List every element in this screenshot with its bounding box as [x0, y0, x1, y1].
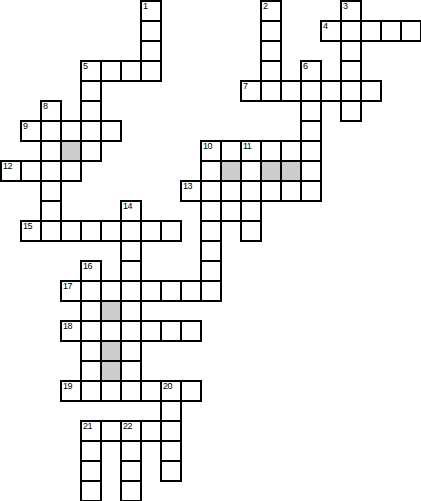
crossword-cell[interactable] [60, 160, 82, 182]
crossword-cell[interactable] [200, 180, 222, 202]
crossword-cell[interactable] [380, 20, 402, 42]
crossword-cell[interactable] [280, 180, 302, 202]
crossword-cell[interactable] [120, 280, 142, 302]
crossword-cell[interactable]: 5 [80, 60, 102, 82]
crossword-cell[interactable] [60, 120, 82, 142]
crossword-cell[interactable] [340, 20, 362, 42]
clue-number: 18 [63, 322, 72, 331]
clue-number: 19 [63, 382, 72, 391]
crossword-cell[interactable] [120, 320, 142, 342]
crossword-cell[interactable]: 7 [240, 80, 262, 102]
crossword-cell[interactable] [80, 360, 102, 382]
crossword-cell-shaded[interactable] [260, 160, 282, 182]
crossword-cell[interactable] [120, 460, 142, 482]
clue-number: 13 [183, 182, 192, 191]
crossword-cell[interactable] [140, 20, 162, 42]
crossword-cell[interactable] [80, 460, 102, 482]
crossword-cell[interactable] [120, 440, 142, 462]
crossword-cell[interactable] [120, 300, 142, 322]
clue-number: 6 [303, 62, 308, 71]
crossword-cell[interactable]: 6 [300, 60, 322, 82]
crossword-cell[interactable]: 10 [200, 140, 222, 162]
crossword-cell[interactable] [200, 240, 222, 262]
crossword-cell[interactable]: 8 [40, 100, 62, 122]
clue-number: 21 [83, 422, 92, 431]
crossword-cell[interactable]: 2 [260, 0, 282, 22]
crossword-cell[interactable] [100, 60, 122, 82]
crossword-cell[interactable] [140, 420, 162, 442]
crossword-cell-shaded[interactable] [100, 340, 122, 362]
crossword-cell[interactable]: 11 [240, 140, 262, 162]
crossword-cell[interactable] [200, 260, 222, 282]
crossword-cell[interactable] [320, 80, 342, 102]
crossword-cell[interactable] [20, 160, 42, 182]
crossword-cell[interactable] [80, 340, 102, 362]
crossword-cell[interactable] [260, 80, 282, 102]
clue-number: 15 [23, 222, 32, 231]
crossword-cell[interactable] [120, 340, 142, 362]
clue-number: 22 [123, 422, 132, 431]
crossword-cell[interactable] [280, 80, 302, 102]
crossword-cell[interactable] [300, 80, 322, 102]
crossword-cell[interactable]: 13 [180, 180, 202, 202]
crossword-cell[interactable] [100, 380, 122, 402]
crossword-cell[interactable]: 15 [20, 220, 42, 242]
clue-number: 2 [263, 2, 268, 11]
clue-number: 8 [43, 102, 48, 111]
crossword-cell[interactable] [40, 200, 62, 222]
clue-number: 12 [3, 162, 12, 171]
crossword-cell[interactable] [40, 180, 62, 202]
clue-number: 7 [243, 82, 248, 91]
crossword-cell[interactable]: 20 [160, 380, 182, 402]
crossword-cell[interactable] [340, 40, 362, 62]
clue-number: 16 [83, 262, 92, 271]
crossword-cell[interactable]: 1 [140, 0, 162, 22]
crossword-cell[interactable] [140, 60, 162, 82]
crossword-cell-shaded[interactable] [100, 300, 122, 322]
crossword-grid: 12345678910111213141516171819202122 [0, 0, 421, 501]
crossword-cell[interactable] [220, 140, 242, 162]
crossword-cell[interactable] [160, 400, 182, 422]
crossword-cell[interactable] [60, 220, 82, 242]
crossword-cell[interactable] [80, 480, 102, 501]
crossword-cell[interactable] [200, 200, 222, 222]
crossword-cell[interactable]: 3 [340, 0, 362, 22]
crossword-cell[interactable] [100, 120, 122, 142]
crossword-cell[interactable] [300, 180, 322, 202]
crossword-cell[interactable] [360, 80, 382, 102]
crossword-cell[interactable] [200, 220, 222, 242]
crossword-cell[interactable] [40, 220, 62, 242]
crossword-cell[interactable] [160, 320, 182, 342]
crossword-cell[interactable] [260, 180, 282, 202]
crossword-cell[interactable] [300, 140, 322, 162]
crossword-cell[interactable] [140, 40, 162, 62]
crossword-cell[interactable] [300, 100, 322, 122]
crossword-cell[interactable] [140, 280, 162, 302]
crossword-cell[interactable] [100, 320, 122, 342]
crossword-cell[interactable] [80, 440, 102, 462]
crossword-cell[interactable] [220, 200, 242, 222]
clue-number: 14 [123, 202, 132, 211]
crossword-cell[interactable] [120, 60, 142, 82]
crossword-cell-shaded[interactable] [280, 160, 302, 182]
crossword-cell[interactable]: 16 [80, 260, 102, 282]
crossword-cell[interactable] [100, 220, 122, 242]
crossword-cell[interactable] [80, 220, 102, 242]
crossword-cell[interactable] [220, 180, 242, 202]
clue-number: 9 [23, 122, 28, 131]
crossword-cell[interactable]: 4 [320, 20, 342, 42]
clue-number: 1 [143, 2, 148, 11]
clue-number: 4 [323, 22, 328, 31]
clue-number: 20 [163, 382, 172, 391]
crossword-cell[interactable]: 22 [120, 420, 142, 442]
crossword-cell[interactable] [40, 160, 62, 182]
crossword-cell[interactable] [100, 420, 122, 442]
clue-number: 3 [343, 2, 348, 11]
crossword-cell[interactable] [100, 280, 122, 302]
crossword-cell[interactable] [240, 160, 262, 182]
clue-number: 5 [83, 62, 88, 71]
crossword-cell[interactable] [40, 140, 62, 162]
crossword-cell[interactable] [120, 240, 142, 262]
clue-number: 17 [63, 282, 72, 291]
crossword-cell[interactable] [120, 260, 142, 282]
crossword-cell-shaded[interactable] [60, 140, 82, 162]
crossword-cell[interactable]: 14 [120, 200, 142, 222]
crossword-cell[interactable] [180, 320, 202, 342]
crossword-cell[interactable] [160, 220, 182, 242]
crossword-cell[interactable] [80, 80, 102, 102]
clue-number: 11 [243, 142, 251, 151]
crossword-cell[interactable] [200, 160, 222, 182]
crossword-cell[interactable] [80, 120, 102, 142]
crossword-cell[interactable] [160, 440, 182, 462]
crossword-cell[interactable] [300, 120, 322, 142]
crossword-cell-shaded[interactable] [220, 160, 242, 182]
crossword-cell[interactable] [80, 280, 102, 302]
crossword-cell[interactable] [80, 140, 102, 162]
crossword-cell[interactable] [120, 380, 142, 402]
crossword-cell[interactable] [240, 200, 262, 222]
crossword-cell[interactable] [80, 320, 102, 342]
crossword-cell[interactable] [40, 120, 62, 142]
crossword-cell[interactable]: 12 [0, 160, 22, 182]
crossword-cell[interactable] [300, 160, 322, 182]
crossword-cell-shaded[interactable] [100, 360, 122, 382]
crossword-cell[interactable] [80, 100, 102, 122]
crossword-cell[interactable] [180, 280, 202, 302]
crossword-cell[interactable] [120, 360, 142, 382]
crossword-cell[interactable] [400, 20, 421, 42]
crossword-cell[interactable] [260, 60, 282, 82]
crossword-cell[interactable] [260, 140, 282, 162]
crossword-cell[interactable] [80, 380, 102, 402]
crossword-cell[interactable] [340, 80, 362, 102]
crossword-cell[interactable] [280, 140, 302, 162]
crossword-cell[interactable] [140, 380, 162, 402]
crossword-cell[interactable] [160, 420, 182, 442]
crossword-cell[interactable] [120, 480, 142, 501]
crossword-cell[interactable]: 17 [60, 280, 82, 302]
crossword-cell[interactable] [140, 220, 162, 242]
clue-number: 10 [203, 142, 212, 151]
crossword-cell[interactable] [120, 220, 142, 242]
crossword-cell[interactable] [240, 180, 262, 202]
crossword-cell[interactable] [80, 300, 102, 322]
crossword-cell[interactable] [360, 20, 382, 42]
crossword-cell[interactable] [260, 40, 282, 62]
crossword-cell[interactable] [180, 380, 202, 402]
crossword-cell[interactable] [200, 280, 222, 302]
crossword-cell[interactable] [340, 100, 362, 122]
crossword-cell[interactable] [160, 280, 182, 302]
crossword-cell[interactable] [340, 60, 362, 82]
crossword-cell[interactable] [260, 20, 282, 42]
crossword-cell[interactable] [240, 220, 262, 242]
crossword-cell[interactable]: 18 [60, 320, 82, 342]
crossword-cell[interactable]: 9 [20, 120, 42, 142]
crossword-cell[interactable] [160, 460, 182, 482]
crossword-cell[interactable]: 19 [60, 380, 82, 402]
crossword-cell[interactable]: 21 [80, 420, 102, 442]
crossword-cell[interactable] [140, 320, 162, 342]
